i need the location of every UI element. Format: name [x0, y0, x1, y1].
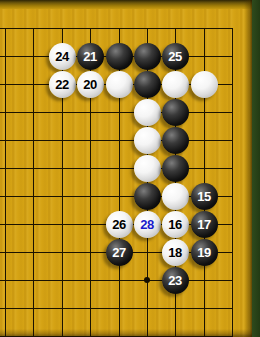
- white-stone-R17: [162, 71, 189, 98]
- black-stone-P18: [106, 43, 133, 70]
- white-stone-R12-move-16: 16: [162, 211, 189, 238]
- black-stone-P11-move-27: 27: [106, 239, 133, 266]
- black-stone-R16: [162, 99, 189, 126]
- grid-hline-row15: [0, 140, 233, 141]
- black-stone-R10-move-23: 23: [162, 267, 189, 294]
- white-stone-S17: [191, 71, 218, 98]
- grid-hline-row19: [0, 28, 233, 29]
- star-point-Q10: [144, 277, 150, 283]
- white-stone-Q16: [134, 99, 161, 126]
- goban-bottom-shade: [0, 329, 252, 337]
- go-board[interactable]: 2421252220152628161727181923: [0, 0, 252, 337]
- grid-hline-row16: [0, 112, 233, 113]
- black-stone-Q13: [134, 183, 161, 210]
- white-stone-P12-move-26: 26: [106, 211, 133, 238]
- black-stone-S13-move-15: 15: [191, 183, 218, 210]
- white-stone-P17: [106, 71, 133, 98]
- grid-vline-col-L: [5, 28, 6, 337]
- black-stone-S11-move-19: 19: [191, 239, 218, 266]
- go-viewer-window: 2421252220152628161727181923: [0, 0, 260, 337]
- white-stone-R11-move-18: 18: [162, 239, 189, 266]
- grid-hline-row9: [0, 308, 233, 309]
- grid-hline-row10: [0, 280, 233, 281]
- white-stone-N18-move-24: 24: [49, 43, 76, 70]
- black-stone-R15: [162, 127, 189, 154]
- grid-vline-col-M: [33, 28, 34, 337]
- white-stone-Q15: [134, 127, 161, 154]
- white-stone-Q14: [134, 155, 161, 182]
- white-stone-Q12-move-28: 28: [134, 211, 161, 238]
- black-stone-Q17: [134, 71, 161, 98]
- white-stone-O17-move-20: 20: [77, 71, 104, 98]
- black-stone-R14: [162, 155, 189, 182]
- white-stone-N17-move-22: 22: [49, 71, 76, 98]
- black-stone-R18-move-25: 25: [162, 43, 189, 70]
- white-stone-R13: [162, 183, 189, 210]
- black-stone-Q18: [134, 43, 161, 70]
- grid-vline-col-T: [232, 28, 233, 337]
- black-stone-S12-move-17: 17: [191, 211, 218, 238]
- grid-hline-row14: [0, 168, 233, 169]
- black-stone-O18-move-21: 21: [77, 43, 104, 70]
